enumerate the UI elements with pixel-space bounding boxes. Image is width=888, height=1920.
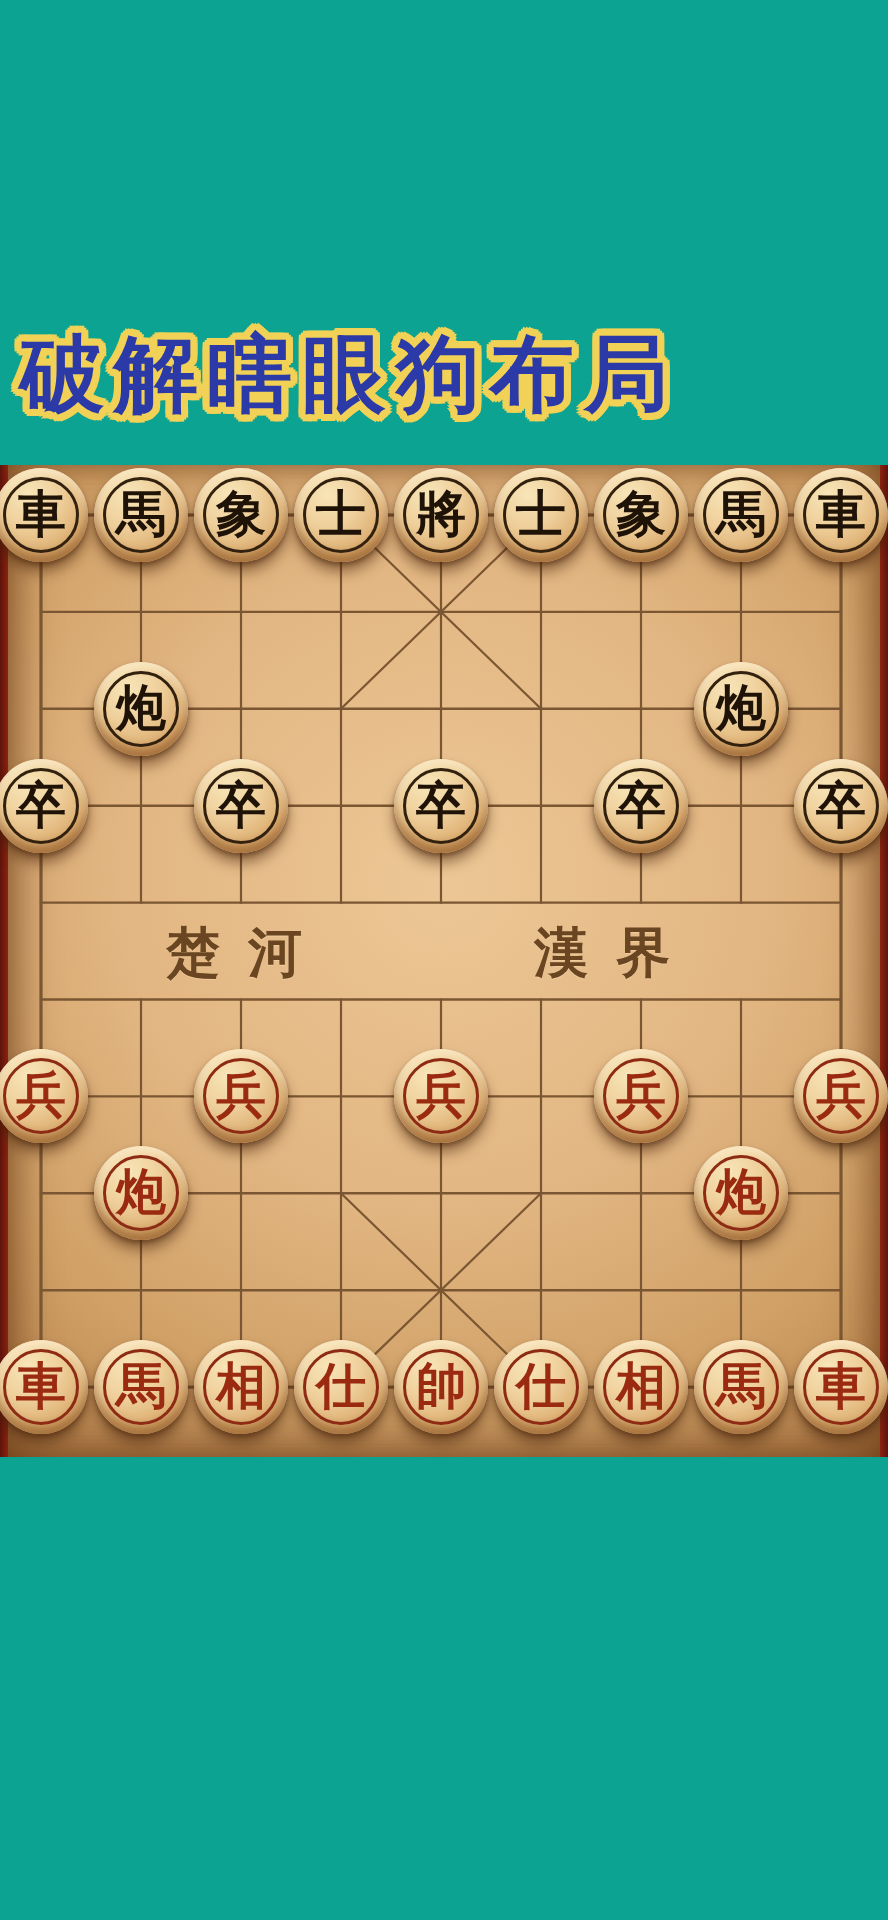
piece-glyph: 相 [616,1361,666,1411]
piece-black-advisor[interactable]: 士 [494,468,588,562]
piece-red-soldier[interactable]: 兵 [594,1049,688,1143]
piece-black-soldier[interactable]: 卒 [594,759,688,853]
piece-black-elephant[interactable]: 象 [594,468,688,562]
piece-red-cannon[interactable]: 炮 [694,1146,788,1240]
piece-red-elephant[interactable]: 相 [194,1340,288,1434]
piece-red-soldier[interactable]: 兵 [394,1049,488,1143]
piece-black-soldier[interactable]: 卒 [0,759,88,853]
piece-black-chariot[interactable]: 車 [794,468,888,562]
board-grid [8,465,880,1457]
piece-black-horse[interactable]: 馬 [94,468,188,562]
river-label-chuhe: 楚河 [166,917,330,990]
piece-black-soldier[interactable]: 卒 [794,759,888,853]
piece-red-advisor[interactable]: 仕 [494,1340,588,1434]
piece-glyph: 卒 [416,780,466,830]
piece-glyph: 卒 [616,780,666,830]
piece-red-elephant[interactable]: 相 [594,1340,688,1434]
piece-glyph: 車 [816,1361,866,1411]
piece-glyph: 象 [216,489,266,539]
piece-glyph: 炮 [716,683,766,733]
board-left-rail [0,465,8,1457]
piece-red-cannon[interactable]: 炮 [94,1146,188,1240]
piece-glyph: 仕 [316,1361,366,1411]
piece-red-general[interactable]: 帥 [394,1340,488,1434]
piece-glyph: 帥 [416,1361,466,1411]
piece-red-horse[interactable]: 馬 [694,1340,788,1434]
piece-glyph: 相 [216,1361,266,1411]
piece-red-soldier[interactable]: 兵 [194,1049,288,1143]
piece-glyph: 卒 [216,780,266,830]
piece-black-elephant[interactable]: 象 [194,468,288,562]
piece-red-horse[interactable]: 馬 [94,1340,188,1434]
piece-glyph: 卒 [16,780,66,830]
piece-glyph: 將 [416,489,466,539]
piece-glyph: 兵 [216,1070,266,1120]
piece-black-soldier[interactable]: 卒 [194,759,288,853]
piece-black-cannon[interactable]: 炮 [94,662,188,756]
piece-black-advisor[interactable]: 士 [294,468,388,562]
piece-red-advisor[interactable]: 仕 [294,1340,388,1434]
board-right-rail [880,465,888,1457]
piece-black-cannon[interactable]: 炮 [694,662,788,756]
piece-glyph: 炮 [116,1167,166,1217]
piece-glyph: 卒 [816,780,866,830]
piece-black-general[interactable]: 將 [394,468,488,562]
piece-glyph: 兵 [616,1070,666,1120]
piece-glyph: 士 [316,489,366,539]
piece-glyph: 車 [816,489,866,539]
piece-glyph: 馬 [716,489,766,539]
xiangqi-board-block: 楚河 漢界 車馬象士將士象馬車炮炮卒卒卒卒卒兵兵兵兵兵炮炮車馬相仕帥仕相馬車 [0,465,888,1457]
piece-red-soldier[interactable]: 兵 [794,1049,888,1143]
piece-glyph: 兵 [816,1070,866,1120]
piece-glyph: 馬 [716,1361,766,1411]
xiangqi-board[interactable]: 楚河 漢界 車馬象士將士象馬車炮炮卒卒卒卒卒兵兵兵兵兵炮炮車馬相仕帥仕相馬車 [8,465,880,1457]
piece-glyph: 炮 [716,1167,766,1217]
piece-red-chariot[interactable]: 車 [794,1340,888,1434]
piece-glyph: 兵 [416,1070,466,1120]
piece-glyph: 車 [16,489,66,539]
piece-glyph: 炮 [116,683,166,733]
piece-black-soldier[interactable]: 卒 [394,759,488,853]
river-label-hanjie: 漢界 [534,917,698,990]
page-title: 破解瞎眼狗布局 [20,318,678,432]
piece-glyph: 兵 [16,1070,66,1120]
piece-glyph: 仕 [516,1361,566,1411]
piece-glyph: 馬 [116,489,166,539]
piece-black-horse[interactable]: 馬 [694,468,788,562]
piece-glyph: 車 [16,1361,66,1411]
piece-glyph: 士 [516,489,566,539]
piece-glyph: 馬 [116,1361,166,1411]
piece-glyph: 象 [616,489,666,539]
